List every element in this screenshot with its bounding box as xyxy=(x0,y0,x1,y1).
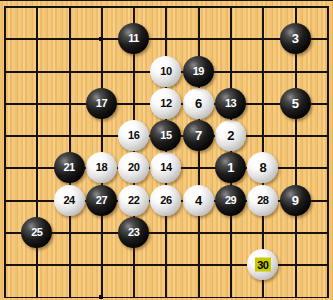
move-number: 3 xyxy=(292,32,299,45)
move-number: 18 xyxy=(96,162,107,173)
white-stone-move-26: 26 xyxy=(150,185,181,216)
move-number: 12 xyxy=(160,97,171,108)
white-stone-move-14: 14 xyxy=(150,152,181,183)
move-number: 24 xyxy=(63,194,74,205)
move-number: 8 xyxy=(260,161,267,174)
last-move-number-badge: 30 xyxy=(255,257,270,271)
move-number: 11 xyxy=(128,33,139,44)
move-number: 13 xyxy=(225,97,236,108)
white-stone-move-16: 16 xyxy=(118,120,149,151)
move-number: 6 xyxy=(195,96,202,109)
move-number: 10 xyxy=(160,65,171,76)
move-number: 20 xyxy=(128,162,139,173)
move-number: 23 xyxy=(128,227,139,238)
black-stone-move-1: 1 xyxy=(215,152,246,183)
move-number: 27 xyxy=(96,194,107,205)
white-stone-move-2: 2 xyxy=(215,120,246,151)
move-number: 19 xyxy=(193,65,204,76)
white-stone-move-10: 10 xyxy=(150,56,181,87)
white-stone-move-28: 28 xyxy=(247,185,278,216)
white-stone-move-4: 4 xyxy=(183,185,214,216)
white-stone-move-6: 6 xyxy=(183,88,214,119)
black-stone-move-5: 5 xyxy=(280,88,311,119)
black-stone-move-11: 11 xyxy=(118,23,149,54)
white-stone-move-8: 8 xyxy=(247,152,278,183)
black-stone-move-7: 7 xyxy=(183,120,214,151)
move-number: 17 xyxy=(96,97,107,108)
move-number: 5 xyxy=(292,96,299,109)
game-board[interactable]: 1234567891011121314151617181920212223242… xyxy=(0,0,333,300)
black-stone-move-25: 25 xyxy=(21,217,52,248)
star-point xyxy=(99,295,103,299)
goban-diagram: 1234567891011121314151617181920212223242… xyxy=(0,0,333,300)
white-stone-move-18: 18 xyxy=(86,152,117,183)
move-number: 21 xyxy=(63,162,74,173)
move-number: 9 xyxy=(292,193,299,206)
move-number: 15 xyxy=(160,130,171,141)
white-stone-move-30: 30 xyxy=(247,249,278,280)
move-number: 4 xyxy=(195,193,202,206)
white-stone-move-24: 24 xyxy=(54,185,85,216)
move-number: 1 xyxy=(227,161,234,174)
black-stone-move-3: 3 xyxy=(280,23,311,54)
black-stone-move-27: 27 xyxy=(86,185,117,216)
star-point xyxy=(99,37,103,41)
move-number: 7 xyxy=(195,129,202,142)
black-stone-move-17: 17 xyxy=(86,88,117,119)
white-stone-move-20: 20 xyxy=(118,152,149,183)
black-stone-move-29: 29 xyxy=(215,185,246,216)
move-number: 25 xyxy=(31,227,42,238)
move-number: 2 xyxy=(227,129,234,142)
black-stone-move-23: 23 xyxy=(118,217,149,248)
white-stone-move-12: 12 xyxy=(150,88,181,119)
move-number: 28 xyxy=(257,194,268,205)
move-number: 22 xyxy=(128,194,139,205)
move-number: 16 xyxy=(128,130,139,141)
move-number: 26 xyxy=(160,194,171,205)
black-stone-move-21: 21 xyxy=(54,152,85,183)
move-number: 29 xyxy=(225,194,236,205)
white-stone-move-22: 22 xyxy=(118,185,149,216)
black-stone-move-13: 13 xyxy=(215,88,246,119)
black-stone-move-19: 19 xyxy=(183,56,214,87)
move-number: 14 xyxy=(160,162,171,173)
black-stone-move-9: 9 xyxy=(280,185,311,216)
black-stone-move-15: 15 xyxy=(150,120,181,151)
